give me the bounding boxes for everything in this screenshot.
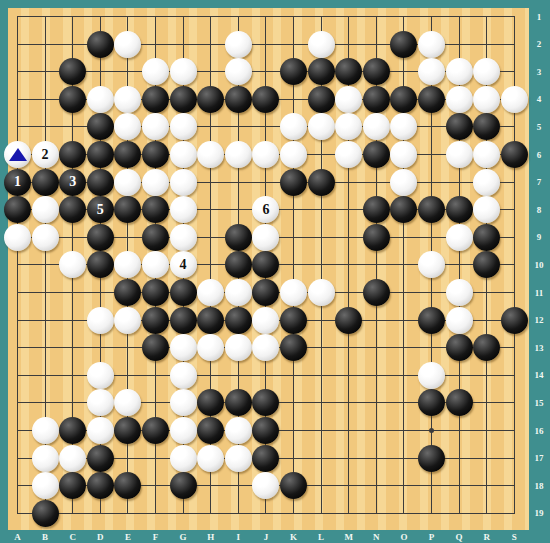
- col-label-K: K: [284, 532, 304, 542]
- white-stone-I17[interactable]: [225, 445, 252, 472]
- white-stone-R4[interactable]: [473, 86, 500, 113]
- white-stone-G10[interactable]: 4: [170, 251, 197, 278]
- black-stone-K18[interactable]: [280, 472, 307, 499]
- col-label-A: A: [8, 532, 28, 542]
- white-stone-E15[interactable]: [114, 389, 141, 416]
- white-stone-I3[interactable]: [225, 58, 252, 85]
- white-stone-R3[interactable]: [473, 58, 500, 85]
- white-stone-Q4[interactable]: [446, 86, 473, 113]
- white-stone-B8[interactable]: [32, 196, 59, 223]
- row-label-15: 15: [529, 398, 549, 408]
- black-stone-N9[interactable]: [363, 224, 390, 251]
- black-stone-K12[interactable]: [280, 307, 307, 334]
- white-stone-S4[interactable]: [501, 86, 528, 113]
- black-stone-C7[interactable]: 3: [59, 169, 86, 196]
- col-label-P: P: [422, 532, 442, 542]
- white-stone-R8[interactable]: [473, 196, 500, 223]
- black-stone-K7[interactable]: [280, 169, 307, 196]
- black-stone-H16[interactable]: [197, 417, 224, 444]
- row-label-16: 16: [529, 426, 549, 436]
- black-stone-G18[interactable]: [170, 472, 197, 499]
- white-stone-Q11[interactable]: [446, 279, 473, 306]
- black-stone-F12[interactable]: [142, 307, 169, 334]
- black-stone-A8[interactable]: [4, 196, 31, 223]
- white-stone-M5[interactable]: [335, 113, 362, 140]
- white-stone-G8[interactable]: [170, 196, 197, 223]
- black-stone-I9[interactable]: [225, 224, 252, 251]
- black-stone-F8[interactable]: [142, 196, 169, 223]
- black-stone-K3[interactable]: [280, 58, 307, 85]
- black-stone-S12[interactable]: [501, 307, 528, 334]
- black-stone-E11[interactable]: [114, 279, 141, 306]
- row-label-8: 8: [529, 205, 549, 215]
- white-stone-Q3[interactable]: [446, 58, 473, 85]
- white-stone-E7[interactable]: [114, 169, 141, 196]
- white-stone-G17[interactable]: [170, 445, 197, 472]
- white-stone-J12[interactable]: [252, 307, 279, 334]
- white-stone-E4[interactable]: [114, 86, 141, 113]
- col-label-B: B: [35, 532, 55, 542]
- col-label-S: S: [504, 532, 524, 542]
- col-label-D: D: [90, 532, 110, 542]
- black-stone-R10[interactable]: [473, 251, 500, 278]
- black-stone-J16[interactable]: [252, 417, 279, 444]
- white-stone-E2[interactable]: [114, 31, 141, 58]
- white-stone-L2[interactable]: [308, 31, 335, 58]
- black-stone-H12[interactable]: [197, 307, 224, 334]
- white-stone-L11[interactable]: [308, 279, 335, 306]
- black-stone-J4[interactable]: [252, 86, 279, 113]
- white-stone-G16[interactable]: [170, 417, 197, 444]
- white-stone-D15[interactable]: [87, 389, 114, 416]
- black-stone-Q13[interactable]: [446, 334, 473, 361]
- white-stone-G14[interactable]: [170, 362, 197, 389]
- white-stone-B18[interactable]: [32, 472, 59, 499]
- black-stone-K13[interactable]: [280, 334, 307, 361]
- black-stone-D17[interactable]: [87, 445, 114, 472]
- black-stone-E16[interactable]: [114, 417, 141, 444]
- black-stone-J15[interactable]: [252, 389, 279, 416]
- grid-line-vertical: [293, 16, 294, 514]
- white-stone-P14[interactable]: [418, 362, 445, 389]
- row-label-5: 5: [529, 122, 549, 132]
- go-game-screenshot: 213564 ABCDEFGHIJKLMNOPQRS12345678910111…: [0, 0, 550, 543]
- row-label-14: 14: [529, 370, 549, 380]
- move-number-5: 5: [97, 203, 104, 217]
- white-stone-M6[interactable]: [335, 141, 362, 168]
- col-label-Q: Q: [449, 532, 469, 542]
- white-stone-M4[interactable]: [335, 86, 362, 113]
- white-stone-G5[interactable]: [170, 113, 197, 140]
- white-stone-B9[interactable]: [32, 224, 59, 251]
- black-stone-F16[interactable]: [142, 417, 169, 444]
- black-stone-P8[interactable]: [418, 196, 445, 223]
- black-stone-J17[interactable]: [252, 445, 279, 472]
- white-stone-J8[interactable]: 6: [252, 196, 279, 223]
- white-stone-P3[interactable]: [418, 58, 445, 85]
- white-stone-Q12[interactable]: [446, 307, 473, 334]
- black-stone-C4[interactable]: [59, 86, 86, 113]
- white-stone-J13[interactable]: [252, 334, 279, 361]
- black-stone-D2[interactable]: [87, 31, 114, 58]
- white-stone-K11[interactable]: [280, 279, 307, 306]
- black-stone-O4[interactable]: [390, 86, 417, 113]
- white-stone-B16[interactable]: [32, 417, 59, 444]
- col-label-E: E: [118, 532, 138, 542]
- black-stone-R9[interactable]: [473, 224, 500, 251]
- white-stone-O5[interactable]: [390, 113, 417, 140]
- black-stone-E8[interactable]: [114, 196, 141, 223]
- black-stone-L3[interactable]: [308, 58, 335, 85]
- row-label-6: 6: [529, 150, 549, 160]
- row-label-9: 9: [529, 232, 549, 242]
- move-number-2: 2: [42, 148, 49, 162]
- black-stone-Q5[interactable]: [446, 113, 473, 140]
- col-label-M: M: [339, 532, 359, 542]
- col-label-J: J: [256, 532, 276, 542]
- black-stone-D5[interactable]: [87, 113, 114, 140]
- white-stone-Q9[interactable]: [446, 224, 473, 251]
- row-label-11: 11: [529, 288, 549, 298]
- white-stone-C17[interactable]: [59, 445, 86, 472]
- black-stone-P17[interactable]: [418, 445, 445, 472]
- white-stone-G7[interactable]: [170, 169, 197, 196]
- white-stone-E10[interactable]: [114, 251, 141, 278]
- white-stone-A6[interactable]: [4, 141, 31, 168]
- white-stone-P10[interactable]: [418, 251, 445, 278]
- col-label-F: F: [146, 532, 166, 542]
- grid-line-horizontal: [17, 513, 515, 514]
- black-stone-P15[interactable]: [418, 389, 445, 416]
- black-stone-C3[interactable]: [59, 58, 86, 85]
- black-stone-P4[interactable]: [418, 86, 445, 113]
- black-stone-C6[interactable]: [59, 141, 86, 168]
- col-label-N: N: [366, 532, 386, 542]
- row-label-7: 7: [529, 177, 549, 187]
- white-stone-H13[interactable]: [197, 334, 224, 361]
- black-stone-N11[interactable]: [363, 279, 390, 306]
- black-stone-G11[interactable]: [170, 279, 197, 306]
- white-stone-K6[interactable]: [280, 141, 307, 168]
- black-stone-C8[interactable]: [59, 196, 86, 223]
- white-stone-F5[interactable]: [142, 113, 169, 140]
- black-stone-N6[interactable]: [363, 141, 390, 168]
- white-stone-G15[interactable]: [170, 389, 197, 416]
- move-number-3: 3: [69, 175, 76, 189]
- black-stone-J10[interactable]: [252, 251, 279, 278]
- row-label-1: 1: [529, 12, 549, 22]
- white-stone-E12[interactable]: [114, 307, 141, 334]
- white-stone-L5[interactable]: [308, 113, 335, 140]
- white-stone-K5[interactable]: [280, 113, 307, 140]
- move-number-4: 4: [180, 258, 187, 272]
- white-stone-F7[interactable]: [142, 169, 169, 196]
- triangle-marker: [9, 148, 27, 161]
- white-stone-F10[interactable]: [142, 251, 169, 278]
- black-stone-J11[interactable]: [252, 279, 279, 306]
- white-stone-N5[interactable]: [363, 113, 390, 140]
- white-stone-I6[interactable]: [225, 141, 252, 168]
- col-label-R: R: [477, 532, 497, 542]
- row-label-12: 12: [529, 315, 549, 325]
- col-label-G: G: [173, 532, 193, 542]
- black-stone-D8[interactable]: 5: [87, 196, 114, 223]
- black-stone-M3[interactable]: [335, 58, 362, 85]
- row-label-4: 4: [529, 94, 549, 104]
- white-stone-D14[interactable]: [87, 362, 114, 389]
- white-stone-E5[interactable]: [114, 113, 141, 140]
- white-stone-I2[interactable]: [225, 31, 252, 58]
- black-stone-B7[interactable]: [32, 169, 59, 196]
- black-stone-H4[interactable]: [197, 86, 224, 113]
- row-label-19: 19: [529, 508, 549, 518]
- star-point: [429, 428, 434, 433]
- row-label-2: 2: [529, 39, 549, 49]
- black-stone-Q8[interactable]: [446, 196, 473, 223]
- white-stone-Q6[interactable]: [446, 141, 473, 168]
- col-label-I: I: [228, 532, 248, 542]
- black-stone-C18[interactable]: [59, 472, 86, 499]
- black-stone-D10[interactable]: [87, 251, 114, 278]
- white-stone-J18[interactable]: [252, 472, 279, 499]
- move-number-1: 1: [14, 175, 21, 189]
- white-stone-H17[interactable]: [197, 445, 224, 472]
- white-stone-R6[interactable]: [473, 141, 500, 168]
- black-stone-N8[interactable]: [363, 196, 390, 223]
- black-stone-N4[interactable]: [363, 86, 390, 113]
- black-stone-O2[interactable]: [390, 31, 417, 58]
- white-stone-B17[interactable]: [32, 445, 59, 472]
- white-stone-I13[interactable]: [225, 334, 252, 361]
- white-stone-C10[interactable]: [59, 251, 86, 278]
- black-stone-R5[interactable]: [473, 113, 500, 140]
- black-stone-I12[interactable]: [225, 307, 252, 334]
- black-stone-H15[interactable]: [197, 389, 224, 416]
- black-stone-N3[interactable]: [363, 58, 390, 85]
- black-stone-F9[interactable]: [142, 224, 169, 251]
- white-stone-H11[interactable]: [197, 279, 224, 306]
- black-stone-F13[interactable]: [142, 334, 169, 361]
- white-stone-I16[interactable]: [225, 417, 252, 444]
- row-label-18: 18: [529, 481, 549, 491]
- white-stone-P2[interactable]: [418, 31, 445, 58]
- col-label-O: O: [394, 532, 414, 542]
- col-label-H: H: [201, 532, 221, 542]
- white-stone-J6[interactable]: [252, 141, 279, 168]
- white-stone-A9[interactable]: [4, 224, 31, 251]
- black-stone-O8[interactable]: [390, 196, 417, 223]
- col-label-C: C: [63, 532, 83, 542]
- black-stone-M12[interactable]: [335, 307, 362, 334]
- white-stone-G9[interactable]: [170, 224, 197, 251]
- black-stone-F6[interactable]: [142, 141, 169, 168]
- black-stone-G4[interactable]: [170, 86, 197, 113]
- white-stone-O7[interactable]: [390, 169, 417, 196]
- black-stone-D7[interactable]: [87, 169, 114, 196]
- move-number-6: 6: [262, 203, 269, 217]
- black-stone-E6[interactable]: [114, 141, 141, 168]
- black-stone-D18[interactable]: [87, 472, 114, 499]
- white-stone-J9[interactable]: [252, 224, 279, 251]
- white-stone-G3[interactable]: [170, 58, 197, 85]
- white-stone-G6[interactable]: [170, 141, 197, 168]
- black-stone-I10[interactable]: [225, 251, 252, 278]
- col-label-L: L: [311, 532, 331, 542]
- row-label-3: 3: [529, 67, 549, 77]
- black-stone-D9[interactable]: [87, 224, 114, 251]
- black-stone-I4[interactable]: [225, 86, 252, 113]
- black-stone-G12[interactable]: [170, 307, 197, 334]
- white-stone-G13[interactable]: [170, 334, 197, 361]
- black-stone-F4[interactable]: [142, 86, 169, 113]
- row-label-17: 17: [529, 453, 549, 463]
- row-label-10: 10: [529, 260, 549, 270]
- black-stone-L4[interactable]: [308, 86, 335, 113]
- black-stone-L7[interactable]: [308, 169, 335, 196]
- black-stone-C16[interactable]: [59, 417, 86, 444]
- black-stone-S6[interactable]: [501, 141, 528, 168]
- black-stone-R13[interactable]: [473, 334, 500, 361]
- black-stone-F11[interactable]: [142, 279, 169, 306]
- white-stone-O6[interactable]: [390, 141, 417, 168]
- black-stone-I15[interactable]: [225, 389, 252, 416]
- white-stone-H6[interactable]: [197, 141, 224, 168]
- white-stone-D12[interactable]: [87, 307, 114, 334]
- white-stone-R7[interactable]: [473, 169, 500, 196]
- go-board[interactable]: 213564: [8, 8, 529, 530]
- black-stone-Q15[interactable]: [446, 389, 473, 416]
- black-stone-E18[interactable]: [114, 472, 141, 499]
- white-stone-I11[interactable]: [225, 279, 252, 306]
- white-stone-F3[interactable]: [142, 58, 169, 85]
- black-stone-B19[interactable]: [32, 500, 59, 527]
- black-stone-P12[interactable]: [418, 307, 445, 334]
- white-stone-D4[interactable]: [87, 86, 114, 113]
- white-stone-D16[interactable]: [87, 417, 114, 444]
- white-stone-B6[interactable]: 2: [32, 141, 59, 168]
- row-label-13: 13: [529, 343, 549, 353]
- black-stone-A7[interactable]: 1: [4, 169, 31, 196]
- black-stone-D6[interactable]: [87, 141, 114, 168]
